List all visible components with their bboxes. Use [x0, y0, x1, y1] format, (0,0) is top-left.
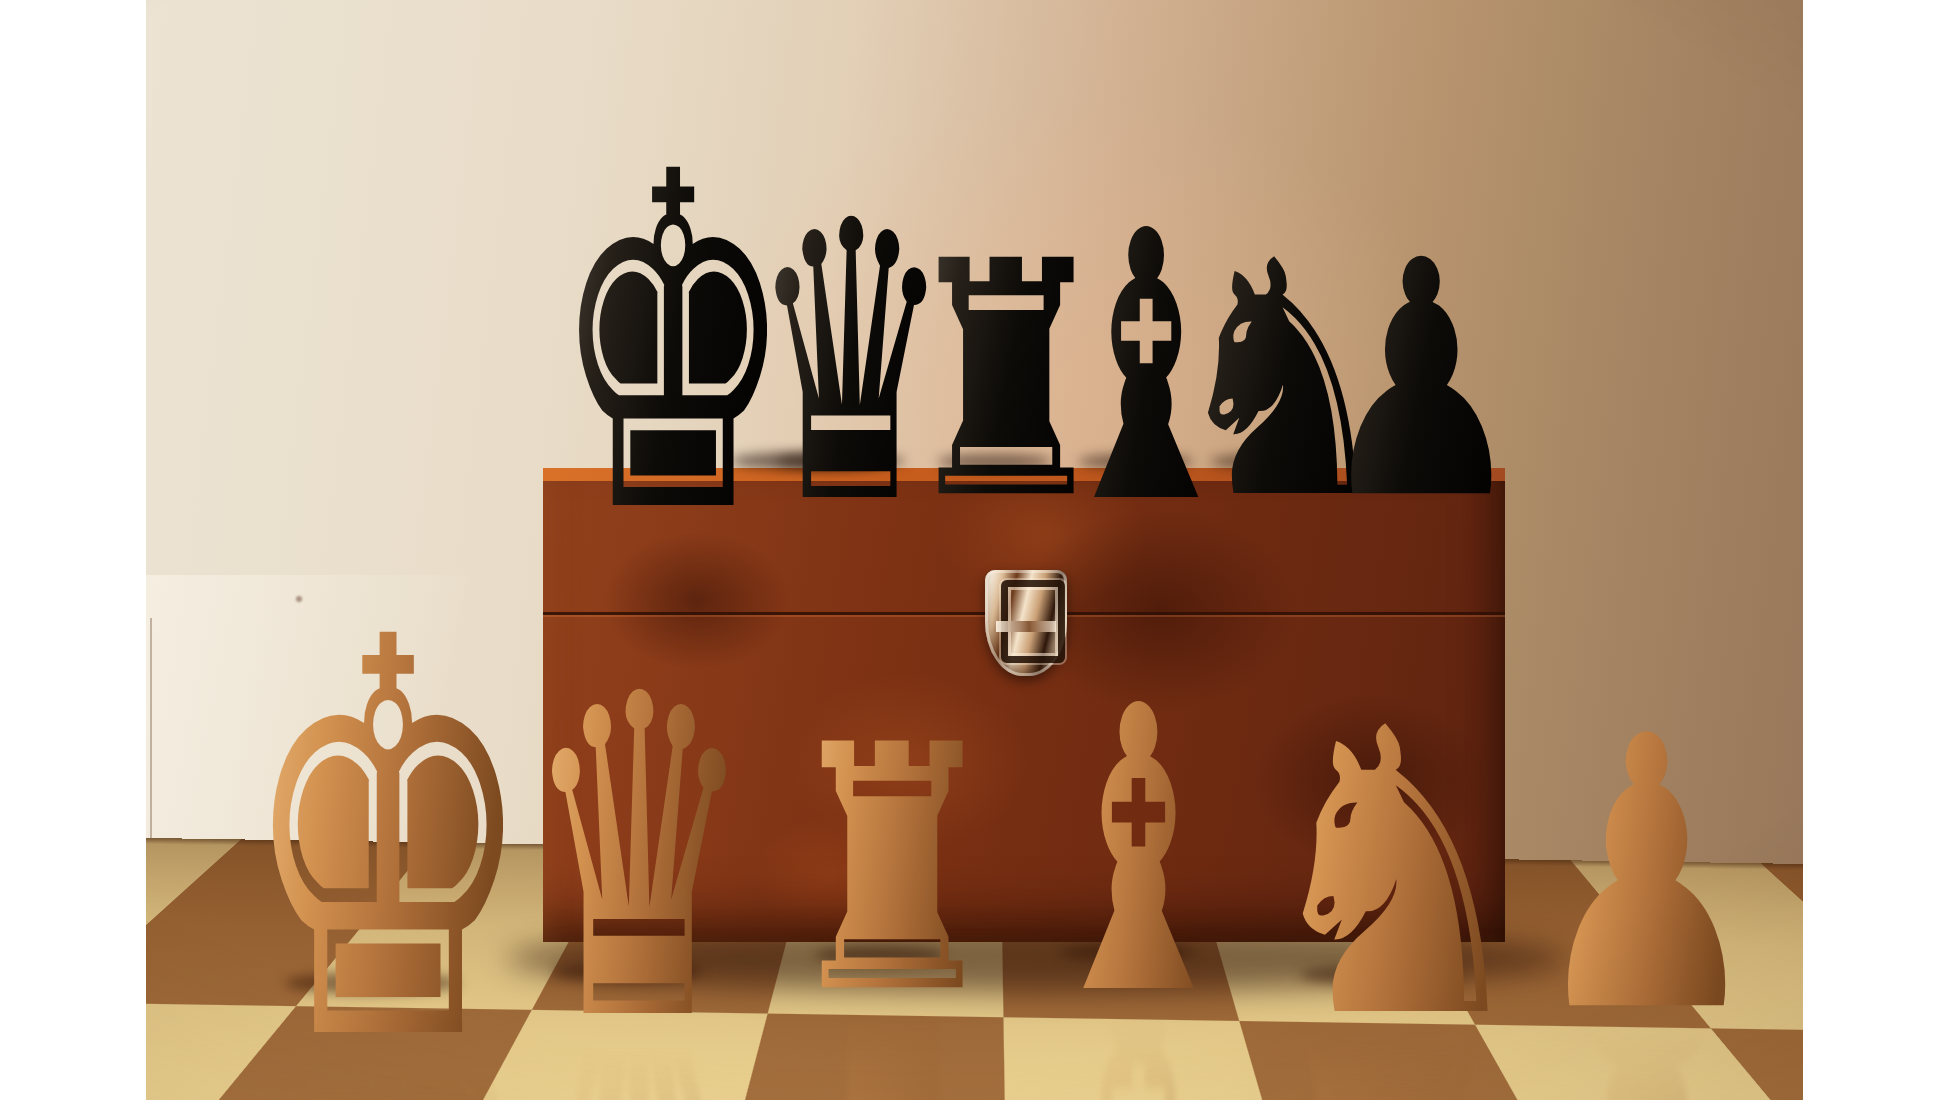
- black-king-piece: ♚: [553, 113, 768, 576]
- black-pawn-piece: ♟: [1316, 218, 1503, 543]
- white-king-piece: ♚: [241, 568, 504, 1100]
- chess-set-photo: ♚ ♛ ♜ ♝ ♞ ♟ ♚ ♛ ♜ ♝ ♞ ♟ ♚ ♛ ♜ ♝ ♞ ♟: [146, 0, 1803, 1100]
- wall-corner-line: [150, 618, 152, 868]
- white-knight-piece: ♞: [1250, 678, 1508, 1072]
- white-pawn-piece: ♟: [1529, 688, 1739, 1063]
- white-bishop-piece: ♝: [1033, 656, 1221, 1049]
- white-rook-piece: ♜: [780, 701, 980, 1039]
- screenshot: ♚ ♛ ♜ ♝ ♞ ♟ ♚ ♛ ♜ ♝ ♞ ♟ ♚ ♛ ♜ ♝ ♞ ♟: [0, 0, 1950, 1100]
- white-queen-piece: ♛: [524, 638, 730, 1082]
